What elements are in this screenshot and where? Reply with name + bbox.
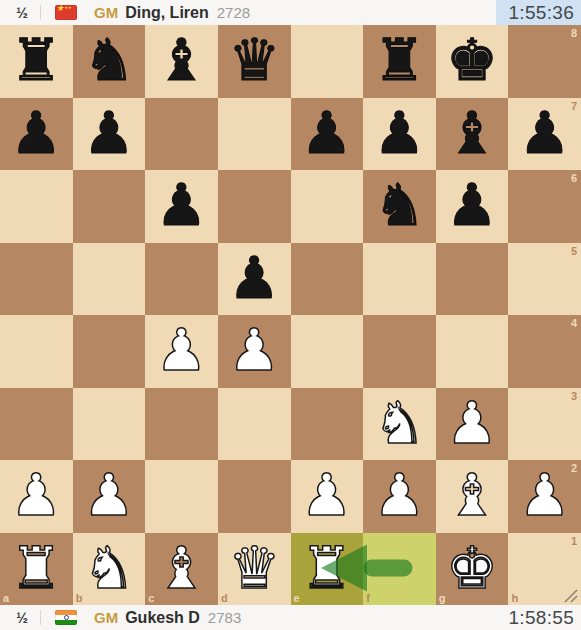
square-g5[interactable] — [436, 243, 509, 316]
white-pawn[interactable]: ♟ — [301, 459, 353, 532]
square-g2[interactable]: ♝ — [436, 460, 509, 533]
bottom-player-name: Gukesh D — [125, 609, 200, 627]
india-flag-icon — [55, 610, 77, 625]
white-pawn[interactable]: ♟ — [519, 459, 571, 532]
square-f3[interactable]: ♞ — [363, 388, 436, 461]
black-rook[interactable]: ♜ — [373, 24, 425, 97]
white-rook[interactable]: ♜ — [301, 532, 353, 605]
white-bishop[interactable]: ♝ — [156, 532, 208, 605]
square-e7[interactable]: ♟ — [291, 98, 364, 171]
square-h4[interactable] — [508, 315, 581, 388]
ashoka-chakra-icon — [64, 615, 69, 620]
black-pawn[interactable]: ♟ — [83, 97, 135, 170]
china-flag-icon: ★★★ — [55, 5, 77, 20]
square-b4[interactable] — [73, 315, 146, 388]
black-bishop[interactable]: ♝ — [156, 24, 208, 97]
white-knight[interactable]: ♞ — [83, 532, 135, 605]
top-player-clock: 1:55:36 — [496, 0, 581, 25]
black-knight[interactable]: ♞ — [373, 169, 425, 242]
square-a8[interactable]: ♜ — [0, 25, 73, 98]
square-a4[interactable] — [0, 315, 73, 388]
square-h6[interactable] — [508, 170, 581, 243]
bottom-player-bar: ½ GM Gukesh D 2783 1:58:55 — [0, 605, 581, 630]
square-d3[interactable] — [218, 388, 291, 461]
square-f6[interactable]: ♞ — [363, 170, 436, 243]
square-h1[interactable] — [508, 533, 581, 606]
black-pawn[interactable]: ♟ — [446, 169, 498, 242]
white-pawn[interactable]: ♟ — [446, 387, 498, 460]
square-g8[interactable]: ♚ — [436, 25, 509, 98]
square-h7[interactable]: ♟ — [508, 98, 581, 171]
square-b2[interactable]: ♟ — [73, 460, 146, 533]
white-pawn[interactable]: ♟ — [156, 314, 208, 387]
square-d5[interactable]: ♟ — [218, 243, 291, 316]
divider — [40, 610, 41, 625]
square-c4[interactable]: ♟ — [145, 315, 218, 388]
square-h8[interactable] — [508, 25, 581, 98]
black-pawn[interactable]: ♟ — [10, 97, 62, 170]
square-c5[interactable] — [145, 243, 218, 316]
square-d6[interactable] — [218, 170, 291, 243]
black-pawn[interactable]: ♟ — [519, 97, 571, 170]
square-c7[interactable] — [145, 98, 218, 171]
square-e3[interactable] — [291, 388, 364, 461]
black-pawn[interactable]: ♟ — [373, 97, 425, 170]
square-e4[interactable] — [291, 315, 364, 388]
square-d2[interactable] — [218, 460, 291, 533]
square-e1[interactable]: ♜ — [291, 533, 364, 606]
square-b7[interactable]: ♟ — [73, 98, 146, 171]
square-a1[interactable]: ♜ — [0, 533, 73, 606]
black-bishop[interactable]: ♝ — [446, 97, 498, 170]
black-knight[interactable]: ♞ — [83, 24, 135, 97]
square-a7[interactable]: ♟ — [0, 98, 73, 171]
square-e6[interactable] — [291, 170, 364, 243]
bottom-player-title: GM — [94, 609, 118, 626]
flag-star-icon: ★ — [56, 5, 64, 14]
square-a5[interactable] — [0, 243, 73, 316]
white-king[interactable]: ♚ — [446, 532, 498, 605]
square-h5[interactable] — [508, 243, 581, 316]
square-f1[interactable] — [363, 533, 436, 606]
bottom-match-score: ½ — [13, 610, 31, 626]
square-b6[interactable] — [73, 170, 146, 243]
chess-board: ♜♞♝♛♜♚♟♟♟♟♝♟♟♞♟♟♟♟♞♟♟♟♟♟♝♟♜♞♝♛♜♚ 8765432… — [0, 25, 581, 605]
top-match-score: ½ — [13, 5, 31, 21]
white-queen[interactable]: ♛ — [228, 532, 280, 605]
square-c6[interactable]: ♟ — [145, 170, 218, 243]
square-h2[interactable]: ♟ — [508, 460, 581, 533]
square-g4[interactable] — [436, 315, 509, 388]
square-f8[interactable]: ♜ — [363, 25, 436, 98]
square-h3[interactable] — [508, 388, 581, 461]
square-g6[interactable]: ♟ — [436, 170, 509, 243]
white-rook[interactable]: ♜ — [10, 532, 62, 605]
top-player-bar: ½ ★★★ GM Ding, Liren 2728 1:55:36 — [0, 0, 581, 25]
square-c1[interactable]: ♝ — [145, 533, 218, 606]
square-d8[interactable]: ♛ — [218, 25, 291, 98]
square-d1[interactable]: ♛ — [218, 533, 291, 606]
square-a6[interactable] — [0, 170, 73, 243]
chess-broadcast-window: ½ ★★★ GM Ding, Liren 2728 1:55:36 ♜♞♝♛♜♚… — [0, 0, 581, 630]
top-player-rating: 2728 — [217, 4, 250, 21]
square-e5[interactable] — [291, 243, 364, 316]
square-d4[interactable]: ♟ — [218, 315, 291, 388]
black-pawn[interactable]: ♟ — [301, 97, 353, 170]
board-grid: ♜♞♝♛♜♚♟♟♟♟♝♟♟♞♟♟♟♟♞♟♟♟♟♟♝♟♜♞♝♛♜♚ — [0, 25, 581, 605]
square-c3[interactable] — [145, 388, 218, 461]
square-c8[interactable]: ♝ — [145, 25, 218, 98]
black-king[interactable]: ♚ — [446, 24, 498, 97]
square-g3[interactable]: ♟ — [436, 388, 509, 461]
square-c2[interactable] — [145, 460, 218, 533]
square-b1[interactable]: ♞ — [73, 533, 146, 606]
top-player-title: GM — [94, 4, 118, 21]
square-d7[interactable] — [218, 98, 291, 171]
white-pawn[interactable]: ♟ — [228, 314, 280, 387]
square-f2[interactable]: ♟ — [363, 460, 436, 533]
bottom-player-clock: 1:58:55 — [496, 605, 581, 630]
divider — [40, 5, 41, 20]
white-pawn[interactable]: ♟ — [83, 459, 135, 532]
black-pawn[interactable]: ♟ — [156, 169, 208, 242]
square-f5[interactable] — [363, 243, 436, 316]
square-g7[interactable]: ♝ — [436, 98, 509, 171]
square-b5[interactable] — [73, 243, 146, 316]
square-a2[interactable]: ♟ — [0, 460, 73, 533]
square-f7[interactable]: ♟ — [363, 98, 436, 171]
black-queen[interactable]: ♛ — [228, 24, 280, 97]
black-pawn[interactable]: ♟ — [228, 242, 280, 315]
white-knight[interactable]: ♞ — [373, 387, 425, 460]
square-e8[interactable] — [291, 25, 364, 98]
white-bishop[interactable]: ♝ — [446, 459, 498, 532]
square-f4[interactable] — [363, 315, 436, 388]
bottom-player-rating: 2783 — [208, 609, 241, 626]
square-e2[interactable]: ♟ — [291, 460, 364, 533]
square-b8[interactable]: ♞ — [73, 25, 146, 98]
square-b3[interactable] — [73, 388, 146, 461]
white-pawn[interactable]: ♟ — [373, 459, 425, 532]
square-g1[interactable]: ♚ — [436, 533, 509, 606]
black-rook[interactable]: ♜ — [10, 24, 62, 97]
top-player-name: Ding, Liren — [125, 4, 209, 22]
flag-ministars-icon: ★★ — [64, 6, 70, 10]
white-pawn[interactable]: ♟ — [10, 459, 62, 532]
square-a3[interactable] — [0, 388, 73, 461]
